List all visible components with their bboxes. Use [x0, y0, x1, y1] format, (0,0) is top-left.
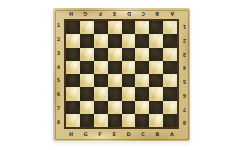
coordinate-label: C [136, 129, 150, 140]
square-b2[interactable] [149, 34, 163, 47]
square-f7[interactable] [94, 101, 108, 114]
rank-labels-left: 12345678 [53, 19, 64, 129]
square-a4[interactable] [163, 61, 177, 74]
square-f3[interactable] [94, 48, 108, 61]
coordinate-label: 3 [179, 47, 190, 61]
coordinate-label: B [150, 129, 164, 140]
square-g7[interactable] [80, 101, 94, 114]
coordinate-label: C [136, 8, 150, 19]
square-d2[interactable] [122, 34, 136, 47]
coordinate-label: E [107, 8, 121, 19]
square-b1[interactable] [149, 21, 163, 34]
square-d5[interactable] [122, 74, 136, 87]
square-b3[interactable] [149, 48, 163, 61]
square-c7[interactable] [135, 101, 149, 114]
square-f4[interactable] [94, 61, 108, 74]
coordinate-label: 3 [53, 47, 64, 61]
square-e2[interactable] [108, 34, 122, 47]
square-h3[interactable] [66, 48, 80, 61]
square-e5[interactable] [108, 74, 122, 87]
square-g5[interactable] [80, 74, 94, 87]
coordinate-label: 5 [53, 74, 64, 88]
square-g1[interactable] [80, 21, 94, 34]
coordinate-label: 5 [179, 74, 190, 88]
coordinate-label: 4 [179, 60, 190, 74]
square-b8[interactable] [149, 114, 163, 127]
square-c3[interactable] [135, 48, 149, 61]
coordinate-label: A [165, 8, 179, 19]
square-g8[interactable] [80, 114, 94, 127]
square-c6[interactable] [135, 87, 149, 100]
coordinate-label: 2 [53, 33, 64, 47]
coordinate-label: F [93, 129, 107, 140]
square-h1[interactable] [66, 21, 80, 34]
coordinate-label: H [64, 8, 78, 19]
square-d6[interactable] [122, 87, 136, 100]
square-a3[interactable] [163, 48, 177, 61]
square-c5[interactable] [135, 74, 149, 87]
square-b5[interactable] [149, 74, 163, 87]
square-e6[interactable] [108, 87, 122, 100]
square-a7[interactable] [163, 101, 177, 114]
square-h7[interactable] [66, 101, 80, 114]
board-grid [64, 19, 179, 129]
coordinate-label: F [93, 8, 107, 19]
coordinate-label: H [64, 129, 78, 140]
square-e7[interactable] [108, 101, 122, 114]
square-f1[interactable] [94, 21, 108, 34]
square-d1[interactable] [122, 21, 136, 34]
coordinate-label: 7 [53, 102, 64, 116]
square-a5[interactable] [163, 74, 177, 87]
square-a1[interactable] [163, 21, 177, 34]
square-c4[interactable] [135, 61, 149, 74]
chessboard: HGFEDCBA HGFEDCBA 12345678 12345678 [53, 8, 190, 141]
coordinate-label: 7 [179, 102, 190, 116]
square-b6[interactable] [149, 87, 163, 100]
square-d4[interactable] [122, 61, 136, 74]
coordinate-label: D [122, 8, 136, 19]
file-labels-bottom: HGFEDCBA [64, 129, 179, 140]
square-g3[interactable] [80, 48, 94, 61]
square-b7[interactable] [149, 101, 163, 114]
square-h2[interactable] [66, 34, 80, 47]
coordinate-label: B [150, 8, 164, 19]
coordinate-label: 8 [179, 115, 190, 129]
square-c2[interactable] [135, 34, 149, 47]
square-e4[interactable] [108, 61, 122, 74]
coordinate-label: D [122, 129, 136, 140]
square-c1[interactable] [135, 21, 149, 34]
square-h5[interactable] [66, 74, 80, 87]
coordinate-label: E [107, 129, 121, 140]
square-a2[interactable] [163, 34, 177, 47]
square-e3[interactable] [108, 48, 122, 61]
photo-background: { "game": "chess", "position": "8/8/8/8/… [0, 0, 240, 150]
square-g2[interactable] [80, 34, 94, 47]
square-g6[interactable] [80, 87, 94, 100]
coordinate-label: G [78, 129, 92, 140]
square-f2[interactable] [94, 34, 108, 47]
coordinate-label: A [165, 129, 179, 140]
square-f5[interactable] [94, 74, 108, 87]
coordinate-label: 1 [53, 19, 64, 33]
square-h8[interactable] [66, 114, 80, 127]
rank-labels-right: 12345678 [179, 19, 190, 129]
square-e1[interactable] [108, 21, 122, 34]
coordinate-label: G [78, 8, 92, 19]
square-f8[interactable] [94, 114, 108, 127]
file-labels-top: HGFEDCBA [64, 8, 179, 19]
square-h4[interactable] [66, 61, 80, 74]
coordinate-label: 6 [179, 88, 190, 102]
square-a6[interactable] [163, 87, 177, 100]
square-d3[interactable] [122, 48, 136, 61]
square-d8[interactable] [122, 114, 136, 127]
square-g4[interactable] [80, 61, 94, 74]
square-e8[interactable] [108, 114, 122, 127]
coordinate-label: 1 [179, 19, 190, 33]
square-c8[interactable] [135, 114, 149, 127]
square-a8[interactable] [163, 114, 177, 127]
coordinate-label: 8 [53, 115, 64, 129]
coordinate-label: 6 [53, 88, 64, 102]
coordinate-label: 4 [53, 60, 64, 74]
square-f6[interactable] [94, 87, 108, 100]
square-d7[interactable] [122, 101, 136, 114]
coordinate-label: 2 [179, 33, 190, 47]
square-b4[interactable] [149, 61, 163, 74]
square-h6[interactable] [66, 87, 80, 100]
